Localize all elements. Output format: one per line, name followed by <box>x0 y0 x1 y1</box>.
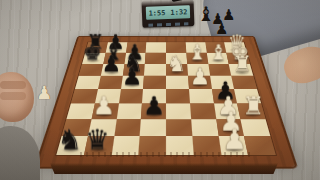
clock-rocker-button <box>171 0 188 2</box>
square-d2: ♟ <box>212 89 238 103</box>
square-h4 <box>166 42 186 52</box>
square-f1: ♜ <box>229 64 253 76</box>
square-h5 <box>146 42 166 52</box>
square-b1 <box>241 119 271 136</box>
square-b3 <box>191 119 218 136</box>
chess-clock: 1:55 1:32 <box>142 0 195 28</box>
square-f4: ♞ <box>166 64 188 76</box>
square-g4 <box>166 53 187 64</box>
square-g2: ♝ <box>206 53 229 64</box>
square-h2 <box>205 42 227 52</box>
square-h3 <box>185 42 206 52</box>
piece-bp-c5: ♟ <box>139 93 167 118</box>
square-g8: ♚ <box>82 53 105 64</box>
square-f2 <box>208 64 232 76</box>
square-e3: ♟ <box>188 76 212 89</box>
square-b8 <box>62 119 92 136</box>
clock-time-left: 1:55 <box>148 9 165 18</box>
clock-display: 1:55 1:32 <box>146 5 190 20</box>
piece-bp-d2: ♟ <box>212 79 239 103</box>
square-c2: ♟ <box>214 103 241 119</box>
square-e2 <box>210 76 235 89</box>
piece-bp-e6: ♟ <box>119 65 145 88</box>
square-f3 <box>187 64 210 76</box>
captured-bp: ♟ <box>215 22 228 37</box>
square-b7 <box>88 119 117 136</box>
square-g1: ♚ <box>227 53 250 64</box>
square-c1: ♜ <box>237 103 265 119</box>
square-e5 <box>143 76 166 89</box>
square-f5 <box>144 64 166 76</box>
square-d5 <box>142 89 166 103</box>
square-h8: ♜ <box>85 42 107 52</box>
square-b4 <box>166 119 192 136</box>
square-b5 <box>140 119 166 136</box>
square-c8 <box>67 103 95 119</box>
clock-buttons <box>148 22 188 26</box>
square-c4 <box>166 103 191 119</box>
square-e4 <box>166 76 189 89</box>
square-d7 <box>95 89 121 103</box>
piece-wp-c7: ♟ <box>90 93 118 118</box>
square-g7: ♝ <box>103 53 126 64</box>
square-f6: ♞ <box>122 64 145 76</box>
chess-game-photo: 1:55 1:32 ♝♟♟♟ ♟ ♜♟♛♚♝♟♝♝♚♟♞♞♜♟♟♟♟♟♟♜♟♞♛… <box>0 0 320 180</box>
square-c5: ♟ <box>141 103 166 119</box>
captured-wp: ♟ <box>36 84 52 102</box>
square-f8 <box>79 64 103 76</box>
square-g6: ♟ <box>124 53 146 64</box>
piece-bq-a7: ♛ <box>82 126 113 154</box>
square-e1 <box>231 76 257 89</box>
square-d3 <box>189 89 214 103</box>
square-g5 <box>145 53 166 64</box>
board-frame-engraving <box>80 152 250 157</box>
square-f7: ♟ <box>101 64 125 76</box>
square-c6 <box>116 103 142 119</box>
square-e8 <box>75 76 101 89</box>
square-h6 <box>126 42 147 52</box>
board-squares-grid: ♜♟♛♚♝♟♝♝♚♟♞♞♜♟♟♟♟♟♟♜♟♞♛♟ <box>56 42 275 155</box>
square-d8 <box>71 89 98 103</box>
piece-bn-a8: ♞ <box>55 126 86 154</box>
square-h1: ♛ <box>224 42 246 52</box>
square-d6 <box>118 89 143 103</box>
clock-time-right: 1:32 <box>170 8 187 17</box>
square-c3 <box>190 103 216 119</box>
square-g3: ♝ <box>186 53 208 64</box>
square-d1 <box>234 89 261 103</box>
square-d4 <box>166 89 190 103</box>
square-c7: ♟ <box>91 103 118 119</box>
square-e7 <box>98 76 123 89</box>
square-b6 <box>114 119 141 136</box>
piece-wr-c1: ♜ <box>239 93 267 118</box>
square-h7: ♟ <box>105 42 127 52</box>
chess-board: ♜♟♛♚♝♟♝♝♚♟♞♞♜♟♟♟♟♟♟♜♟♞♛♟ <box>37 37 295 167</box>
square-e6: ♟ <box>121 76 145 89</box>
board-near-edge <box>50 163 278 174</box>
square-b2: ♟ <box>216 119 245 136</box>
